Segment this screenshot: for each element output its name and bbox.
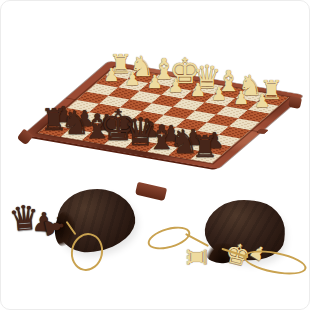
white-pawn: ♟ [143,74,165,92]
white-pawn: ♟ [187,81,209,99]
white-rook-loose: ♜ [184,245,210,268]
drawstring-cord-loop [242,246,309,279]
product-photo-chess-set: ♜♞♝♚♛♝♞♜♟♟♟♟♟♟♟♟♟♟♟♟♟♟♟♟♜♞♝♚♛♝♞♜ ♟ ♛ ♟ ♟… [0,0,310,310]
board-foot-right [288,96,302,109]
square-a8: ♜ [190,151,221,163]
chess-board: ♜♞♝♚♛♝♞♜♟♟♟♟♟♟♟♟♟♟♟♟♟♟♟♟♜♞♝♚♛♝♞♜ [23,61,304,169]
black-rook: ♜ [187,131,223,161]
white-pawn: ♟ [208,85,230,103]
white-pawn: ♟ [251,93,273,111]
board-grid: ♜♞♝♚♛♝♞♜♟♟♟♟♟♟♟♟♟♟♟♟♟♟♟♟♜♞♝♚♛♝♞♜ [39,67,288,163]
board-foot-front [135,182,167,201]
white-pawn: ♟ [100,66,122,84]
board-frame: ♜♞♝♚♛♝♞♜♟♟♟♟♟♟♟♟♟♟♟♟♟♟♟♟♜♞♝♚♛♝♞♜ [23,61,304,169]
white-pawn: ♟ [165,77,187,95]
white-pawn: ♟ [122,70,144,88]
white-pawn: ♟ [230,89,252,107]
